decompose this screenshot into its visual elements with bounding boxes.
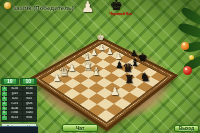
game-info-panel: 10 10 1.e2-e4e7-e52.g1-f3b8-c63.f1-c4f8-…: [1, 78, 37, 133]
move-row-7: 7.b1-c3f6:e4: [2, 116, 36, 121]
black-move: g8-f6: [22, 102, 37, 106]
black-move: e7-e5: [22, 87, 37, 91]
white-move: g1-f3: [7, 92, 22, 96]
white-move: f1-c4: [7, 97, 22, 101]
black-move: e5:d4: [22, 107, 37, 111]
gold-ornament: [189, 55, 194, 60]
black-move: f8-c5: [22, 97, 37, 101]
chat-button[interactable]: Чат: [62, 124, 98, 132]
black-move: b8-c6: [22, 92, 37, 96]
black-move: c5-b4: [22, 111, 37, 115]
white-move: c3:d4: [7, 111, 22, 115]
white-move: d2-d4: [7, 107, 22, 111]
ornament-icon: [4, 2, 11, 9]
black-player-name: Черный Кот: [101, 11, 141, 16]
white-clock: 10: [1, 78, 19, 85]
game-window: sashik (Победитель) ♟ ♚ Черный Кот ♚♟♟♟♟…: [0, 0, 200, 133]
exit-button[interactable]: Выход: [174, 125, 199, 132]
white-pawn-icon: ♟: [81, 0, 94, 16]
white-move: b1-c3: [7, 116, 22, 120]
white-player-name: sashik (Победитель): [13, 5, 74, 11]
white-move: e2-e4: [7, 87, 22, 91]
move-list: 1.e2-e4e7-e52.g1-f3b8-c63.f1-c4f8-c54.c2…: [1, 86, 37, 122]
black-move: f6:e4: [22, 116, 37, 120]
black-clock: 10: [20, 78, 38, 85]
chat-panel[interactable]: [0, 126, 38, 133]
white-move: c2-c3: [7, 102, 22, 106]
